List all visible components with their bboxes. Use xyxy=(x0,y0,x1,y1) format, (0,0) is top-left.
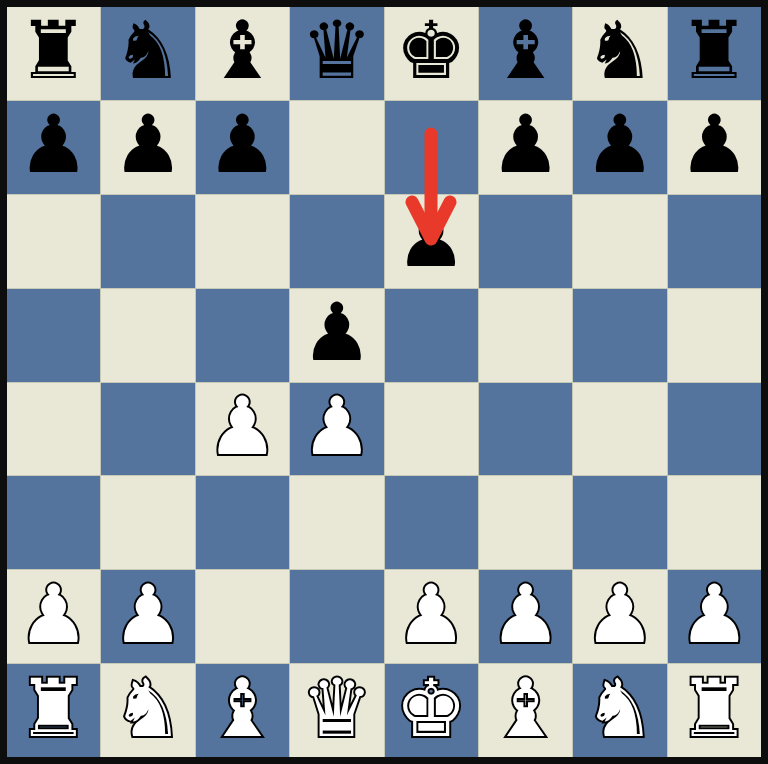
square-g4[interactable] xyxy=(573,383,666,476)
square-g1[interactable]: ♞ xyxy=(573,664,666,757)
black-rook[interactable]: ♜ xyxy=(678,11,750,91)
square-c6[interactable] xyxy=(196,195,289,288)
square-c8[interactable]: ♝ xyxy=(196,7,289,100)
square-c4[interactable]: ♟ xyxy=(196,383,289,476)
black-queen[interactable]: ♛ xyxy=(301,11,373,91)
white-pawn[interactable]: ♟ xyxy=(584,575,656,655)
white-pawn[interactable]: ♟ xyxy=(395,575,467,655)
square-e7[interactable] xyxy=(385,101,478,194)
square-d2[interactable] xyxy=(290,570,383,663)
square-d8[interactable]: ♛ xyxy=(290,7,383,100)
square-c2[interactable] xyxy=(196,570,289,663)
square-g7[interactable]: ♟ xyxy=(573,101,666,194)
square-a3[interactable] xyxy=(7,476,100,569)
square-d3[interactable] xyxy=(290,476,383,569)
square-h4[interactable] xyxy=(668,383,761,476)
square-f1[interactable]: ♝ xyxy=(479,664,572,757)
square-f8[interactable]: ♝ xyxy=(479,7,572,100)
square-c3[interactable] xyxy=(196,476,289,569)
square-g5[interactable] xyxy=(573,289,666,382)
white-pawn[interactable]: ♟ xyxy=(678,575,750,655)
square-d6[interactable] xyxy=(290,195,383,288)
square-f7[interactable]: ♟ xyxy=(479,101,572,194)
black-knight[interactable]: ♞ xyxy=(584,11,656,91)
square-c1[interactable]: ♝ xyxy=(196,664,289,757)
square-b2[interactable]: ♟ xyxy=(101,570,194,663)
chess-board-frame: ♜♞♝♛♚♝♞♜♟♟♟♟♟♟♟♟♟♟♟♟♟♟♟♟♜♞♝♛♚♝♞♜ xyxy=(0,0,768,764)
white-bishop[interactable]: ♝ xyxy=(490,669,562,749)
black-pawn[interactable]: ♟ xyxy=(395,199,467,279)
square-b6[interactable] xyxy=(101,195,194,288)
square-e2[interactable]: ♟ xyxy=(385,570,478,663)
square-e4[interactable] xyxy=(385,383,478,476)
white-bishop[interactable]: ♝ xyxy=(207,669,279,749)
square-a5[interactable] xyxy=(7,289,100,382)
black-pawn[interactable]: ♟ xyxy=(490,105,562,185)
black-bishop[interactable]: ♝ xyxy=(490,11,562,91)
square-a7[interactable]: ♟ xyxy=(7,101,100,194)
square-a2[interactable]: ♟ xyxy=(7,570,100,663)
square-f5[interactable] xyxy=(479,289,572,382)
white-pawn[interactable]: ♟ xyxy=(18,575,90,655)
square-g8[interactable]: ♞ xyxy=(573,7,666,100)
black-pawn[interactable]: ♟ xyxy=(678,105,750,185)
square-c5[interactable] xyxy=(196,289,289,382)
square-f6[interactable] xyxy=(479,195,572,288)
square-f4[interactable] xyxy=(479,383,572,476)
black-pawn[interactable]: ♟ xyxy=(18,105,90,185)
white-pawn[interactable]: ♟ xyxy=(207,387,279,467)
square-e8[interactable]: ♚ xyxy=(385,7,478,100)
square-a6[interactable] xyxy=(7,195,100,288)
square-a8[interactable]: ♜ xyxy=(7,7,100,100)
black-pawn[interactable]: ♟ xyxy=(301,293,373,373)
square-b8[interactable]: ♞ xyxy=(101,7,194,100)
square-f2[interactable]: ♟ xyxy=(479,570,572,663)
square-e5[interactable] xyxy=(385,289,478,382)
square-g3[interactable] xyxy=(573,476,666,569)
square-b1[interactable]: ♞ xyxy=(101,664,194,757)
square-h6[interactable] xyxy=(668,195,761,288)
white-king[interactable]: ♚ xyxy=(395,669,467,749)
square-c7[interactable]: ♟ xyxy=(196,101,289,194)
square-h1[interactable]: ♜ xyxy=(668,664,761,757)
square-a1[interactable]: ♜ xyxy=(7,664,100,757)
square-h8[interactable]: ♜ xyxy=(668,7,761,100)
square-b7[interactable]: ♟ xyxy=(101,101,194,194)
square-h2[interactable]: ♟ xyxy=(668,570,761,663)
square-d1[interactable]: ♛ xyxy=(290,664,383,757)
square-g2[interactable]: ♟ xyxy=(573,570,666,663)
square-f3[interactable] xyxy=(479,476,572,569)
square-d7[interactable] xyxy=(290,101,383,194)
square-e3[interactable] xyxy=(385,476,478,569)
black-pawn[interactable]: ♟ xyxy=(112,105,184,185)
black-pawn[interactable]: ♟ xyxy=(584,105,656,185)
white-rook[interactable]: ♜ xyxy=(18,669,90,749)
square-b4[interactable] xyxy=(101,383,194,476)
square-b3[interactable] xyxy=(101,476,194,569)
square-a4[interactable] xyxy=(7,383,100,476)
square-b5[interactable] xyxy=(101,289,194,382)
square-d4[interactable]: ♟ xyxy=(290,383,383,476)
square-e6[interactable]: ♟ xyxy=(385,195,478,288)
white-knight[interactable]: ♞ xyxy=(112,669,184,749)
white-pawn[interactable]: ♟ xyxy=(490,575,562,655)
black-knight[interactable]: ♞ xyxy=(112,11,184,91)
black-bishop[interactable]: ♝ xyxy=(207,11,279,91)
white-pawn[interactable]: ♟ xyxy=(301,387,373,467)
square-h7[interactable]: ♟ xyxy=(668,101,761,194)
black-king[interactable]: ♚ xyxy=(395,11,467,91)
square-g6[interactable] xyxy=(573,195,666,288)
chess-board: ♜♞♝♛♚♝♞♜♟♟♟♟♟♟♟♟♟♟♟♟♟♟♟♟♜♞♝♛♚♝♞♜ xyxy=(7,7,761,757)
black-rook[interactable]: ♜ xyxy=(18,11,90,91)
square-h5[interactable] xyxy=(668,289,761,382)
square-d5[interactable]: ♟ xyxy=(290,289,383,382)
white-pawn[interactable]: ♟ xyxy=(112,575,184,655)
square-h3[interactable] xyxy=(668,476,761,569)
square-e1[interactable]: ♚ xyxy=(385,664,478,757)
white-rook[interactable]: ♜ xyxy=(678,669,750,749)
black-pawn[interactable]: ♟ xyxy=(207,105,279,185)
white-queen[interactable]: ♛ xyxy=(301,669,373,749)
white-knight[interactable]: ♞ xyxy=(584,669,656,749)
